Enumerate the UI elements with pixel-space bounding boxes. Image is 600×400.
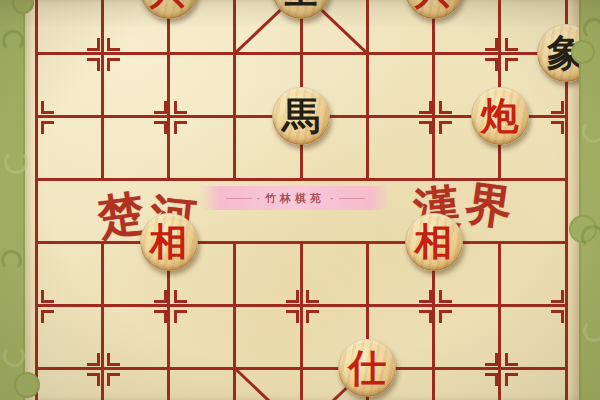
- grid-line-horizontal: [36, 367, 566, 370]
- point-marker: [419, 310, 432, 323]
- point-marker: [419, 290, 432, 303]
- point-marker: [154, 121, 167, 134]
- piece-character: 仕: [348, 339, 386, 397]
- banner-left-line: [226, 198, 252, 199]
- watermark-text: 竹林棋苑: [265, 191, 325, 206]
- grid-line-vertical: [233, 242, 236, 400]
- point-marker: [485, 58, 498, 71]
- point-marker: [551, 121, 564, 134]
- banner-right-line: [339, 198, 365, 199]
- point-marker: [419, 101, 432, 114]
- point-marker: [505, 58, 518, 71]
- grid-line-vertical: [300, 242, 303, 400]
- piece-red-elephant[interactable]: 相: [140, 213, 198, 271]
- piece-red-elephant[interactable]: 相: [405, 213, 463, 271]
- river-text-jie: 界: [463, 179, 515, 231]
- point-marker: [551, 290, 564, 303]
- point-marker: [505, 353, 518, 366]
- point-marker: [286, 310, 299, 323]
- palace-diagonal: [234, 367, 302, 400]
- point-marker: [87, 58, 100, 71]
- grid-line-horizontal: [36, 304, 566, 307]
- point-marker: [41, 310, 54, 323]
- point-marker: [41, 121, 54, 134]
- point-marker: [41, 101, 54, 114]
- point-marker: [306, 290, 319, 303]
- piece-character: 兵: [150, 0, 188, 19]
- grid-line-vertical: [366, 0, 369, 179]
- xiangqi-app-screen: 楚 河 漢 界 · 竹林棋苑 · 兵士兵象馬炮相相仕: [0, 0, 600, 400]
- piece-character: 相: [150, 213, 188, 271]
- point-marker: [154, 101, 167, 114]
- point-marker: [551, 101, 564, 114]
- point-marker: [419, 121, 432, 134]
- point-marker: [286, 290, 299, 303]
- piece-black-horse[interactable]: 馬: [272, 87, 330, 145]
- point-marker: [87, 353, 100, 366]
- point-marker: [107, 373, 120, 386]
- point-marker: [439, 121, 452, 134]
- point-marker: [306, 310, 319, 323]
- point-marker: [439, 310, 452, 323]
- grid-line-vertical: [101, 242, 104, 400]
- grid-line-horizontal: [36, 52, 566, 55]
- grid-line-vertical: [233, 0, 236, 179]
- piece-character: 士: [282, 0, 320, 19]
- point-marker: [174, 310, 187, 323]
- piece-character: 炮: [481, 87, 519, 145]
- right-green-border: [579, 0, 600, 400]
- point-marker: [485, 38, 498, 51]
- grid-line-vertical: [167, 0, 170, 179]
- point-marker: [107, 353, 120, 366]
- piece-character: 兵: [415, 0, 453, 19]
- piece-red-advisor[interactable]: 仕: [338, 339, 396, 397]
- point-marker: [174, 101, 187, 114]
- banner-right-dot: ·: [330, 193, 334, 204]
- piece-red-cannon[interactable]: 炮: [471, 87, 529, 145]
- piece-character: 馬: [282, 87, 320, 145]
- point-marker: [107, 58, 120, 71]
- point-marker: [505, 373, 518, 386]
- grid-line-vertical: [432, 0, 435, 179]
- river-text-chu: 楚: [95, 189, 147, 241]
- point-marker: [485, 373, 498, 386]
- point-marker: [551, 310, 564, 323]
- banner-left-dot: ·: [257, 193, 261, 204]
- grid-line-vertical: [35, 0, 38, 400]
- point-marker: [439, 290, 452, 303]
- point-marker: [41, 290, 54, 303]
- point-marker: [439, 101, 452, 114]
- point-marker: [107, 38, 120, 51]
- point-marker: [174, 121, 187, 134]
- grid-line-vertical: [101, 0, 104, 179]
- point-marker: [87, 38, 100, 51]
- piece-character: 相: [415, 213, 453, 271]
- point-marker: [505, 38, 518, 51]
- point-marker: [174, 290, 187, 303]
- point-marker: [485, 353, 498, 366]
- watermark-banner: · 竹林棋苑 ·: [201, 186, 389, 210]
- grid-line-vertical: [498, 242, 501, 400]
- point-marker: [87, 373, 100, 386]
- point-marker: [154, 310, 167, 323]
- left-green-border: [0, 0, 25, 400]
- point-marker: [154, 290, 167, 303]
